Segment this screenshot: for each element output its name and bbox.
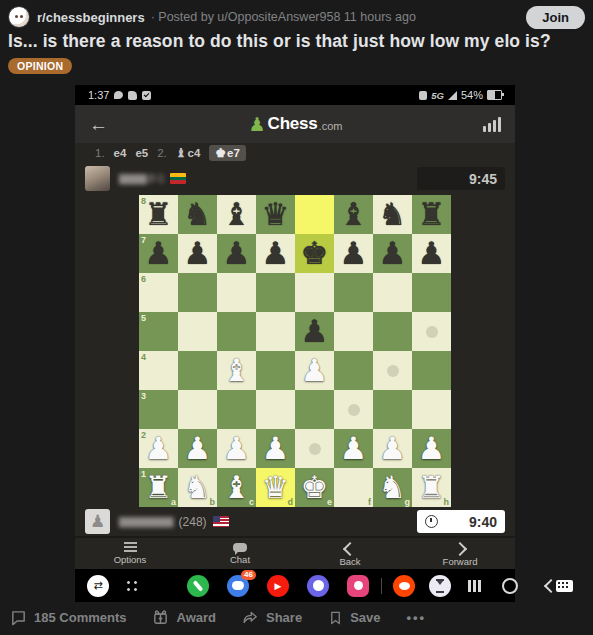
square-f6[interactable] bbox=[334, 273, 373, 312]
more-options-button[interactable]: ••• bbox=[407, 610, 427, 625]
square-f4[interactable] bbox=[334, 351, 373, 390]
lithuania-flag-icon bbox=[170, 173, 186, 184]
subreddit-name[interactable]: r/chessbeginners bbox=[37, 10, 145, 25]
youtube-app-icon[interactable]: ▶ bbox=[267, 575, 289, 597]
top-player-row: ▇▇▇▇ (8·1) 9:45 bbox=[75, 162, 515, 195]
piece-white-p-d2: ♟ bbox=[256, 429, 295, 468]
square-a5[interactable]: 5 bbox=[139, 312, 178, 351]
notification-badge: 46 bbox=[241, 570, 256, 581]
square-c4[interactable]: ♝ bbox=[217, 351, 256, 390]
square-h2[interactable]: ♟ bbox=[412, 429, 451, 468]
square-e1[interactable]: e♚ bbox=[295, 468, 334, 507]
square-e2[interactable] bbox=[295, 429, 334, 468]
hourglass-app-icon[interactable] bbox=[429, 575, 451, 597]
pawn-logo-icon: ♟ bbox=[249, 115, 266, 134]
us-flag-icon bbox=[213, 516, 229, 527]
clock-icon bbox=[425, 515, 438, 528]
chat-bubble-icon bbox=[114, 91, 123, 99]
flair-badge[interactable]: OPINION bbox=[8, 58, 72, 74]
square-c5[interactable] bbox=[217, 312, 256, 351]
chesscom-logo: ♟ Chess .com bbox=[108, 114, 483, 134]
rank-label-6: 6 bbox=[141, 274, 146, 284]
move-white-2[interactable]: ♝c4 bbox=[176, 146, 201, 160]
subreddit-avatar[interactable] bbox=[8, 6, 30, 28]
piece-black-r-h8: ♜ bbox=[412, 195, 451, 234]
piece-black-b-f8: ♝ bbox=[334, 195, 373, 234]
back-move-button[interactable]: Back bbox=[295, 538, 405, 569]
square-g4[interactable] bbox=[373, 351, 412, 390]
piece-white-k-e1: ♚ bbox=[295, 468, 334, 507]
game-controls: Options Chat Back Forward bbox=[75, 536, 515, 569]
post-footer: 185 Comments Award Share Save ••• bbox=[0, 600, 593, 635]
piece-white-n-b1: ♞ bbox=[178, 468, 217, 507]
dock-divider bbox=[381, 578, 382, 594]
square-c6[interactable] bbox=[217, 273, 256, 312]
rank-label-4: 4 bbox=[141, 352, 146, 362]
square-g2[interactable]: ♟ bbox=[373, 429, 412, 468]
square-b3[interactable] bbox=[178, 390, 217, 429]
piece-white-p-a2: ♟ bbox=[139, 429, 178, 468]
square-a4[interactable]: 4 bbox=[139, 351, 178, 390]
piece-black-p-d7: ♟ bbox=[256, 234, 295, 273]
chat-icon bbox=[233, 543, 247, 552]
square-b5[interactable] bbox=[178, 312, 217, 351]
square-e7[interactable]: ♚ bbox=[295, 234, 334, 273]
piece-black-n-b8: ♞ bbox=[178, 195, 217, 234]
square-f7[interactable]: ♟ bbox=[334, 234, 373, 273]
home-nav-icon[interactable] bbox=[502, 578, 518, 594]
square-e4[interactable]: ♟ bbox=[295, 351, 334, 390]
move-number-2: 2. bbox=[157, 147, 167, 159]
phone-screenshot: 1:37 5G 54% ← ♟ Chess .com bbox=[75, 85, 515, 600]
square-g7[interactable]: ♟ bbox=[373, 234, 412, 273]
chesscom-header: ← ♟ Chess .com bbox=[75, 105, 515, 143]
bottom-player-clock: 9:40 bbox=[417, 510, 505, 533]
top-player-name-redacted: ▇▇▇▇ (8·1) bbox=[119, 173, 164, 184]
options-button[interactable]: Options bbox=[75, 538, 185, 569]
square-d3[interactable] bbox=[256, 390, 295, 429]
network-type: 5G bbox=[431, 90, 444, 101]
battery-percent: 54% bbox=[461, 89, 483, 101]
android-status-bar: 1:37 5G 54% bbox=[75, 85, 515, 105]
award-gift-icon bbox=[152, 609, 169, 626]
wifi-calling-icon bbox=[128, 91, 137, 100]
square-b4[interactable] bbox=[178, 351, 217, 390]
piece-black-n-g8: ♞ bbox=[373, 195, 412, 234]
signal-icon bbox=[448, 91, 457, 100]
piece-black-p-e5: ♟ bbox=[295, 312, 334, 351]
square-a7[interactable]: 7♟ bbox=[139, 234, 178, 273]
piece-white-b-c4: ♝ bbox=[217, 351, 256, 390]
messages-app-icon[interactable]: 46 bbox=[227, 575, 249, 597]
piece-black-p-c7: ♟ bbox=[217, 234, 256, 273]
square-b8[interactable]: ♞ bbox=[178, 195, 217, 234]
square-d6[interactable] bbox=[256, 273, 295, 312]
chevron-left-icon bbox=[343, 541, 357, 555]
comment-bubble-icon bbox=[10, 609, 27, 626]
square-c8[interactable]: ♝ bbox=[217, 195, 256, 234]
square-h6[interactable] bbox=[412, 273, 451, 312]
square-d5[interactable] bbox=[256, 312, 295, 351]
forward-move-button[interactable]: Forward bbox=[405, 538, 515, 569]
reddit-post: r/chessbeginners · Posted by u/OppositeA… bbox=[0, 0, 593, 635]
piece-black-r-a8: ♜ bbox=[139, 195, 178, 234]
status-time: 1:37 bbox=[88, 89, 109, 101]
bookmark-icon bbox=[328, 610, 343, 626]
file-label-f: f bbox=[368, 497, 371, 507]
square-g3[interactable] bbox=[373, 390, 412, 429]
square-b1[interactable]: b♞ bbox=[178, 468, 217, 507]
top-player-avatar[interactable] bbox=[85, 166, 110, 191]
quick-share-app-icon[interactable]: ⇄ bbox=[87, 575, 109, 597]
square-e6[interactable] bbox=[295, 273, 334, 312]
square-e8[interactable] bbox=[295, 195, 334, 234]
reddit-app-icon[interactable] bbox=[393, 575, 415, 597]
square-e3[interactable] bbox=[295, 390, 334, 429]
back-arrow-icon[interactable]: ← bbox=[89, 115, 108, 134]
square-f1[interactable]: f bbox=[334, 468, 373, 507]
piece-white-p-c2: ♟ bbox=[217, 429, 256, 468]
square-h7[interactable]: ♟ bbox=[412, 234, 451, 273]
piece-white-p-e4: ♟ bbox=[295, 351, 334, 390]
piece-white-p-g2: ♟ bbox=[373, 429, 412, 468]
share-arrow-icon bbox=[242, 609, 259, 626]
piece-white-r-h1: ♜ bbox=[412, 468, 451, 507]
camera-app-icon[interactable] bbox=[347, 575, 369, 597]
options-list-icon bbox=[124, 542, 137, 544]
piece-white-p-f2: ♟ bbox=[334, 429, 373, 468]
checkbox-icon bbox=[142, 91, 151, 100]
piece-black-k-e7: ♚ bbox=[295, 234, 334, 273]
square-h5[interactable] bbox=[412, 312, 451, 351]
square-f3[interactable] bbox=[334, 390, 373, 429]
square-a8[interactable]: 8♜ bbox=[139, 195, 178, 234]
square-b6[interactable] bbox=[178, 273, 217, 312]
move-black-2-current[interactable]: ♚e7 bbox=[209, 145, 246, 161]
square-f5[interactable] bbox=[334, 312, 373, 351]
square-a1[interactable]: 1a♜ bbox=[139, 468, 178, 507]
square-h4[interactable] bbox=[412, 351, 451, 390]
post-byline: · Posted by u/OppositeAnswer958 11 hours… bbox=[151, 10, 416, 24]
square-c2[interactable]: ♟ bbox=[217, 429, 256, 468]
move-white-1[interactable]: e4 bbox=[114, 147, 127, 159]
top-player-clock: 9:45 bbox=[417, 167, 505, 190]
square-g5[interactable] bbox=[373, 312, 412, 351]
phone-app-icon[interactable] bbox=[187, 575, 209, 597]
rank-label-3: 3 bbox=[141, 391, 146, 401]
square-c3[interactable] bbox=[217, 390, 256, 429]
square-d1[interactable]: d♛ bbox=[256, 468, 295, 507]
join-button[interactable]: Join bbox=[526, 6, 585, 29]
piece-black-b-c8: ♝ bbox=[217, 195, 256, 234]
move-black-1[interactable]: e5 bbox=[135, 147, 148, 159]
square-d4[interactable] bbox=[256, 351, 295, 390]
king-move-icon: ♚ bbox=[215, 146, 226, 160]
keyboard-hide-icon[interactable] bbox=[556, 580, 573, 592]
award-button[interactable]: Award bbox=[152, 609, 216, 626]
square-c7[interactable]: ♟ bbox=[217, 234, 256, 273]
bishop-move-icon: ♝ bbox=[176, 146, 187, 160]
piece-white-p-h2: ♟ bbox=[412, 429, 451, 468]
piece-black-p-f7: ♟ bbox=[334, 234, 373, 273]
app-grid-icon[interactable] bbox=[123, 577, 141, 595]
comments-button[interactable]: 185 Comments bbox=[10, 609, 126, 626]
android-dock: ⇄ 46 ▶ bbox=[75, 569, 515, 602]
piece-white-r-a1: ♜ bbox=[139, 468, 178, 507]
piece-white-p-b2: ♟ bbox=[178, 429, 217, 468]
post-header: r/chessbeginners · Posted by u/OppositeA… bbox=[8, 5, 585, 29]
bottom-player-name-redacted: ▇▇▇▇▇▇▇▇ bbox=[119, 516, 173, 527]
square-h1[interactable]: h♜ bbox=[412, 468, 451, 507]
chess-board: 8♜♞♝♛♝♞♜7♟♟♟♟♚♟♟♟65♟4♝♟32♟♟♟♟♟♟♟1a♜b♞c♝d… bbox=[139, 195, 451, 507]
square-d7[interactable]: ♟ bbox=[256, 234, 295, 273]
save-button[interactable]: Save bbox=[328, 610, 380, 626]
square-g8[interactable]: ♞ bbox=[373, 195, 412, 234]
post-title: Is... is there a reason to do this or is… bbox=[8, 31, 585, 52]
share-button[interactable]: Share bbox=[242, 609, 302, 626]
battery-saver-icon bbox=[419, 91, 427, 100]
bottom-player-rating: (248) bbox=[179, 515, 207, 529]
rank-label-5: 5 bbox=[141, 313, 146, 323]
piece-white-b-c1: ♝ bbox=[217, 468, 256, 507]
piece-black-p-a7: ♟ bbox=[139, 234, 178, 273]
piece-white-q-d1: ♛ bbox=[256, 468, 295, 507]
square-e5[interactable]: ♟ bbox=[295, 312, 334, 351]
battery-icon bbox=[487, 90, 502, 100]
square-h3[interactable] bbox=[412, 390, 451, 429]
piece-black-p-g7: ♟ bbox=[373, 234, 412, 273]
board-area: 8♜♞♝♛♝♞♜7♟♟♟♟♚♟♟♟65♟4♝♟32♟♟♟♟♟♟♟1a♜b♞c♝d… bbox=[75, 195, 515, 507]
square-d8[interactable]: ♛ bbox=[256, 195, 295, 234]
chat-button[interactable]: Chat bbox=[185, 538, 295, 569]
square-a3[interactable]: 3 bbox=[139, 390, 178, 429]
square-a6[interactable]: 6 bbox=[139, 273, 178, 312]
chevron-right-icon bbox=[453, 541, 467, 555]
square-g6[interactable] bbox=[373, 273, 412, 312]
piece-black-p-b7: ♟ bbox=[178, 234, 217, 273]
browser-app-icon[interactable] bbox=[307, 575, 329, 597]
move-number-1: 1. bbox=[95, 147, 105, 159]
piece-white-n-g1: ♞ bbox=[373, 468, 412, 507]
move-list: 1. e4 e5 2. ♝c4 ♚e7 bbox=[75, 143, 515, 162]
square-f2[interactable]: ♟ bbox=[334, 429, 373, 468]
square-f8[interactable]: ♝ bbox=[334, 195, 373, 234]
square-g1[interactable]: g♞ bbox=[373, 468, 412, 507]
recents-nav-icon[interactable] bbox=[473, 580, 476, 592]
piece-black-p-h7: ♟ bbox=[412, 234, 451, 273]
bottom-player-avatar[interactable]: ♟ bbox=[85, 509, 110, 534]
square-d2[interactable]: ♟ bbox=[256, 429, 295, 468]
connection-bars-icon[interactable] bbox=[483, 117, 501, 132]
square-b2[interactable]: ♟ bbox=[178, 429, 217, 468]
square-a2[interactable]: 2♟ bbox=[139, 429, 178, 468]
piece-black-q-d8: ♛ bbox=[256, 195, 295, 234]
square-h8[interactable]: ♜ bbox=[412, 195, 451, 234]
bottom-player-row: ♟ ▇▇▇▇▇▇▇▇ (248) 9:40 bbox=[75, 507, 515, 536]
square-b7[interactable]: ♟ bbox=[178, 234, 217, 273]
square-c1[interactable]: c♝ bbox=[217, 468, 256, 507]
